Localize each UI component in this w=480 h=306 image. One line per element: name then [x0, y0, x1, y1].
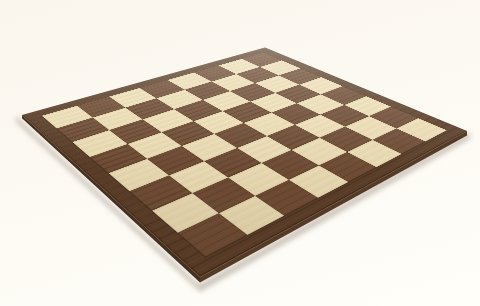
product-photo-scene: [0, 0, 480, 306]
